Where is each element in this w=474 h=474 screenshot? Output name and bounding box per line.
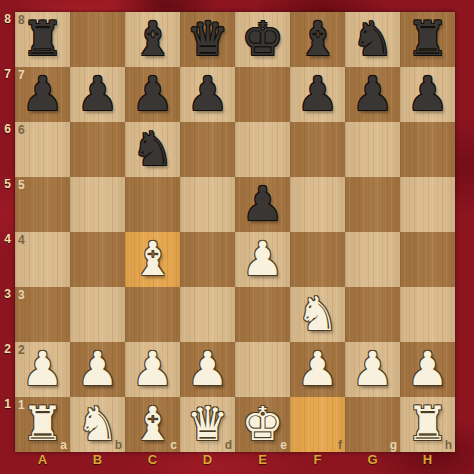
square-d2[interactable]: ♟ [180, 342, 235, 397]
square-d5[interactable] [180, 177, 235, 232]
piece-black-pawn-c7[interactable]: ♟ [125, 67, 180, 122]
piece-black-king-e8[interactable]: ♚ [235, 12, 290, 67]
inboard-rank-label-1: 1 [18, 398, 25, 412]
piece-black-knight-c6[interactable]: ♞ [125, 122, 180, 177]
piece-black-pawn-b7[interactable]: ♟ [70, 67, 125, 122]
frame-rank-label-5: 5 [0, 177, 15, 232]
square-a6[interactable]: 6 [15, 122, 70, 177]
frame-file-label-E: E [235, 452, 290, 474]
inboard-file-label-e: e [280, 438, 287, 452]
piece-black-bishop-f8[interactable]: ♝ [290, 12, 345, 67]
square-a3[interactable]: 3 [15, 287, 70, 342]
square-b5[interactable] [70, 177, 125, 232]
inboard-file-label-h: h [445, 438, 452, 452]
piece-black-rook-h8[interactable]: ♜ [400, 12, 455, 67]
piece-white-pawn-c2[interactable]: ♟ [125, 342, 180, 397]
frame-file-label-D: D [180, 452, 235, 474]
frame-rank-label-3: 3 [0, 287, 15, 342]
square-d1[interactable]: d♛ [180, 397, 235, 452]
square-e2[interactable] [235, 342, 290, 397]
piece-white-pawn-d2[interactable]: ♟ [180, 342, 235, 397]
square-f6[interactable] [290, 122, 345, 177]
piece-black-pawn-e5[interactable]: ♟ [235, 177, 290, 232]
square-b8[interactable] [70, 12, 125, 67]
square-c3[interactable] [125, 287, 180, 342]
square-f5[interactable] [290, 177, 345, 232]
square-g1[interactable]: g [345, 397, 400, 452]
square-h4[interactable] [400, 232, 455, 287]
square-f7[interactable]: ♟ [290, 67, 345, 122]
square-g5[interactable] [345, 177, 400, 232]
square-g8[interactable]: ♞ [345, 12, 400, 67]
inboard-rank-label-5: 5 [18, 178, 25, 192]
square-h6[interactable] [400, 122, 455, 177]
square-c2[interactable]: ♟ [125, 342, 180, 397]
square-e8[interactable]: ♚ [235, 12, 290, 67]
square-a4[interactable]: 4 [15, 232, 70, 287]
square-f1[interactable]: f [290, 397, 345, 452]
inboard-file-label-b: b [115, 438, 122, 452]
square-d3[interactable] [180, 287, 235, 342]
square-h1[interactable]: h♜ [400, 397, 455, 452]
square-b4[interactable] [70, 232, 125, 287]
square-c7[interactable]: ♟ [125, 67, 180, 122]
square-f2[interactable]: ♟ [290, 342, 345, 397]
inboard-file-label-c: c [170, 438, 177, 452]
square-g7[interactable]: ♟ [345, 67, 400, 122]
piece-white-knight-f3[interactable]: ♞ [290, 287, 345, 342]
square-e6[interactable] [235, 122, 290, 177]
piece-black-queen-d8[interactable]: ♛ [180, 12, 235, 67]
square-c1[interactable]: c♝ [125, 397, 180, 452]
square-g4[interactable] [345, 232, 400, 287]
square-g3[interactable] [345, 287, 400, 342]
square-f8[interactable]: ♝ [290, 12, 345, 67]
frame-file-label-B: B [70, 452, 125, 474]
square-d4[interactable] [180, 232, 235, 287]
square-g2[interactable]: ♟ [345, 342, 400, 397]
square-c4[interactable]: ♝ [125, 232, 180, 287]
inboard-rank-label-3: 3 [18, 288, 25, 302]
piece-white-pawn-e4[interactable]: ♟ [235, 232, 290, 287]
square-a2[interactable]: 2♟ [15, 342, 70, 397]
board-frame: 8♜♝♛♚♝♞♜7♟♟♟♟♟♟♟6♞5♟4♝♟3♞2♟♟♟♟♟♟♟1a♜b♞c♝… [0, 0, 474, 474]
frame-file-label-A: A [15, 452, 70, 474]
square-c6[interactable]: ♞ [125, 122, 180, 177]
piece-black-pawn-d7[interactable]: ♟ [180, 67, 235, 122]
square-e7[interactable] [235, 67, 290, 122]
inboard-file-label-a: a [60, 438, 67, 452]
inboard-rank-label-8: 8 [18, 13, 25, 27]
square-d6[interactable] [180, 122, 235, 177]
square-h5[interactable] [400, 177, 455, 232]
square-g6[interactable] [345, 122, 400, 177]
piece-white-pawn-f2[interactable]: ♟ [290, 342, 345, 397]
square-h8[interactable]: ♜ [400, 12, 455, 67]
inboard-file-label-g: g [390, 438, 397, 452]
piece-black-pawn-f7[interactable]: ♟ [290, 67, 345, 122]
frame-rank-label-2: 2 [0, 342, 15, 397]
piece-white-bishop-c4[interactable]: ♝ [125, 232, 180, 287]
frame-rank-label-8: 8 [0, 12, 15, 67]
piece-white-pawn-h2[interactable]: ♟ [400, 342, 455, 397]
square-c5[interactable] [125, 177, 180, 232]
piece-white-pawn-g2[interactable]: ♟ [345, 342, 400, 397]
square-a8[interactable]: 8♜ [15, 12, 70, 67]
square-b6[interactable] [70, 122, 125, 177]
inboard-file-label-d: d [225, 438, 232, 452]
inboard-file-label-f: f [338, 438, 342, 452]
frame-file-label-F: F [290, 452, 345, 474]
square-b3[interactable] [70, 287, 125, 342]
frame-rank-label-4: 4 [0, 232, 15, 287]
inboard-rank-label-7: 7 [18, 68, 25, 82]
square-h2[interactable]: ♟ [400, 342, 455, 397]
square-h3[interactable] [400, 287, 455, 342]
piece-black-pawn-h7[interactable]: ♟ [400, 67, 455, 122]
square-b1[interactable]: b♞ [70, 397, 125, 452]
chess-board: 8♜♝♛♚♝♞♜7♟♟♟♟♟♟♟6♞5♟4♝♟3♞2♟♟♟♟♟♟♟1a♜b♞c♝… [15, 12, 455, 452]
inboard-rank-label-4: 4 [18, 233, 25, 247]
piece-black-bishop-c8[interactable]: ♝ [125, 12, 180, 67]
square-d7[interactable]: ♟ [180, 67, 235, 122]
square-d8[interactable]: ♛ [180, 12, 235, 67]
piece-black-pawn-g7[interactable]: ♟ [345, 67, 400, 122]
square-a7[interactable]: 7♟ [15, 67, 70, 122]
piece-black-knight-g8[interactable]: ♞ [345, 12, 400, 67]
square-e3[interactable] [235, 287, 290, 342]
square-h7[interactable]: ♟ [400, 67, 455, 122]
frame-file-label-G: G [345, 452, 400, 474]
square-a1[interactable]: 1a♜ [15, 397, 70, 452]
square-c8[interactable]: ♝ [125, 12, 180, 67]
inboard-rank-label-6: 6 [18, 123, 25, 137]
frame-file-label-C: C [125, 452, 180, 474]
square-f4[interactable] [290, 232, 345, 287]
square-e1[interactable]: e♚ [235, 397, 290, 452]
square-f3[interactable]: ♞ [290, 287, 345, 342]
square-b2[interactable]: ♟ [70, 342, 125, 397]
piece-white-pawn-b2[interactable]: ♟ [70, 342, 125, 397]
square-a5[interactable]: 5 [15, 177, 70, 232]
square-e4[interactable]: ♟ [235, 232, 290, 287]
square-e5[interactable]: ♟ [235, 177, 290, 232]
frame-file-label-H: H [400, 452, 455, 474]
inboard-rank-label-2: 2 [18, 343, 25, 357]
frame-rank-label-7: 7 [0, 67, 15, 122]
frame-rank-label-1: 1 [0, 397, 15, 452]
frame-rank-label-6: 6 [0, 122, 15, 177]
square-b7[interactable]: ♟ [70, 67, 125, 122]
